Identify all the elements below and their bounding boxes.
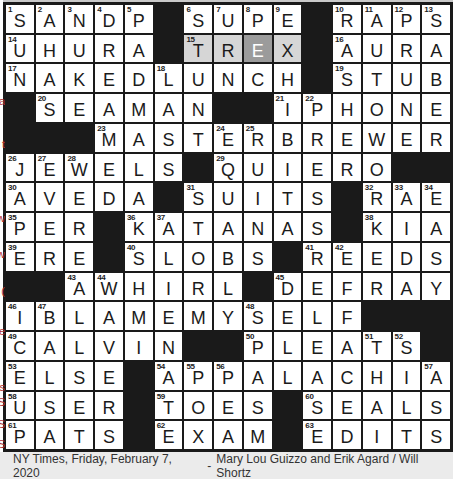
cell-r3c6[interactable]: 18L — [155, 64, 183, 92]
cell-r8c5[interactable]: 36K — [125, 213, 153, 241]
cell-letter: E — [333, 250, 361, 269]
cell-r10c3[interactable]: 43A — [65, 273, 93, 301]
cell-letter: I — [274, 161, 302, 180]
cell-letter: R — [393, 42, 421, 61]
cell-r3c14[interactable]: U — [393, 64, 421, 92]
cell-letter: H — [274, 71, 302, 90]
cell-r5c10[interactable]: B — [274, 124, 302, 152]
cell-r10c5[interactable]: H — [125, 273, 153, 301]
cell-letter: H — [125, 280, 153, 299]
cell-r15c11[interactable]: 63E — [303, 421, 331, 449]
cell-letter: T — [184, 131, 212, 150]
cell-r7c3[interactable]: E — [65, 183, 93, 211]
footer-separator: - — [207, 459, 211, 473]
cell-r11c1[interactable]: 46I — [6, 302, 34, 330]
cell-r3c12[interactable]: 19S — [333, 64, 361, 92]
cell-r12c9[interactable]: 50P — [244, 332, 272, 360]
cell-r1c14[interactable]: 12P — [393, 5, 421, 33]
cell-letter: E — [95, 369, 123, 388]
cell-letter: P — [6, 428, 34, 447]
cell-letter: O — [363, 161, 391, 180]
cell-r3c13[interactable]: T — [363, 64, 391, 92]
cell-letter: I — [244, 190, 272, 209]
cell-letter: T — [184, 42, 212, 61]
cell-r10c11[interactable]: E — [303, 273, 331, 301]
cell-r2c3[interactable]: U — [65, 35, 93, 63]
cell-r6c11[interactable]: E — [303, 154, 331, 182]
cell-letter: A — [95, 309, 123, 328]
cell-r5c6[interactable]: S — [155, 124, 183, 152]
cell-r9c12[interactable]: 42E — [333, 243, 361, 271]
cell-letter: Y — [422, 280, 450, 299]
cell-letter: S — [184, 190, 212, 209]
cell-r8c7[interactable]: T — [184, 213, 212, 241]
cell-letter: K — [363, 220, 391, 239]
cell-letter: R — [363, 190, 391, 209]
cell-r12c15-black — [422, 332, 450, 360]
cell-r15c4[interactable]: S — [95, 421, 123, 449]
cell-r8c4-black — [95, 213, 123, 241]
cell-r6c3[interactable]: 28W — [65, 154, 93, 182]
cell-letter: S — [125, 250, 153, 269]
cell-letter: U — [244, 161, 272, 180]
cell-r11c3[interactable]: L — [65, 302, 93, 330]
cell-r11c11[interactable]: L — [303, 302, 331, 330]
cell-r9c10-black — [274, 243, 302, 271]
cell-r7c12-black — [333, 183, 361, 211]
cell-letter: F — [333, 280, 361, 299]
cell-r10c10[interactable]: 45D — [274, 273, 302, 301]
cell-r12c10[interactable]: L — [274, 332, 302, 360]
cell-r8c12-black — [333, 213, 361, 241]
cell-r9c1[interactable]: 39E — [6, 243, 34, 271]
cell-letter: A — [125, 131, 153, 150]
cell-letter: E — [333, 399, 361, 418]
cell-r4c6[interactable]: A — [155, 94, 183, 122]
cell-r11c6[interactable]: E — [155, 302, 183, 330]
cell-letter: U — [184, 71, 212, 90]
cell-r8c14[interactable]: I — [393, 213, 421, 241]
cell-r1c3[interactable]: 3N — [65, 5, 93, 33]
cell-letter: S — [95, 428, 123, 447]
cell-r11c15-black — [422, 302, 450, 330]
cell-r7c15[interactable]: 34E — [422, 183, 450, 211]
cell-r3c2[interactable]: A — [36, 64, 64, 92]
cell-r8c15[interactable]: A — [422, 213, 450, 241]
cell-r8c6[interactable]: 37A — [155, 213, 183, 241]
cell-r9c5[interactable]: 40S — [125, 243, 153, 271]
cell-r9c4-black — [95, 243, 123, 271]
cell-r3c7[interactable]: U — [184, 64, 212, 92]
cell-r5c15[interactable]: R — [422, 124, 450, 152]
cell-r13c5-black — [125, 362, 153, 390]
cell-r6c12[interactable]: R — [333, 154, 361, 182]
cell-r10c8[interactable]: L — [214, 273, 242, 301]
cell-letter: L — [274, 369, 302, 388]
cell-r9c6[interactable]: L — [155, 243, 183, 271]
cell-r4c10[interactable]: 21I — [274, 94, 302, 122]
cell-r1c10[interactable]: 9E — [274, 5, 302, 33]
cell-r4c11[interactable]: 22P — [303, 94, 331, 122]
cell-r11c10[interactable]: E — [274, 302, 302, 330]
cell-r12c1[interactable]: 49C — [6, 332, 34, 360]
cell-letter: P — [244, 339, 272, 358]
cell-r9c13[interactable]: E — [363, 243, 391, 271]
cell-r15c9[interactable]: M — [244, 421, 272, 449]
cell-letter: O — [184, 399, 212, 418]
cell-r3c1[interactable]: 17N — [6, 64, 34, 92]
cell-r7c8[interactable]: U — [214, 183, 242, 211]
cell-r11c9[interactable]: 48S — [244, 302, 272, 330]
cell-r14c13[interactable]: A — [363, 392, 391, 420]
cell-r6c10[interactable]: I — [274, 154, 302, 182]
cell-r14c14[interactable]: L — [393, 392, 421, 420]
cell-r3c15[interactable]: B — [422, 64, 450, 92]
cell-r6c1[interactable]: 26J — [6, 154, 34, 182]
cell-r5c12[interactable]: E — [333, 124, 361, 152]
cell-r9c8[interactable]: B — [214, 243, 242, 271]
cell-letter: S — [422, 428, 450, 447]
cell-r7c4[interactable]: D — [95, 183, 123, 211]
cell-r10c15[interactable]: Y — [422, 273, 450, 301]
cell-letter: X — [184, 428, 212, 447]
cell-letter: E — [65, 101, 93, 120]
cell-r9c11[interactable]: 41R — [303, 243, 331, 271]
cell-r6c9[interactable]: U — [244, 154, 272, 182]
cell-r12c4[interactable]: V — [95, 332, 123, 360]
cell-letter: N — [184, 101, 212, 120]
cell-r2c1[interactable]: 14U — [6, 35, 34, 63]
crossword-grid: 1S2A3N4D5P6S7U8P9E10R11A12P13S14UHURA15T… — [3, 2, 453, 452]
cell-r14c15[interactable]: S — [422, 392, 450, 420]
cell-r10c1-black — [6, 273, 34, 301]
cell-r8c3[interactable]: R — [65, 213, 93, 241]
cell-letter: A — [393, 190, 421, 209]
cell-r5c14[interactable]: E — [393, 124, 421, 152]
cell-letter: D — [125, 71, 153, 90]
cell-r10c9-black — [244, 273, 272, 301]
cell-r12c14[interactable]: 52S — [393, 332, 421, 360]
cell-r2c9[interactable]: E — [244, 35, 272, 63]
cell-r4c15[interactable]: E — [422, 94, 450, 122]
cell-letter: A — [36, 71, 64, 90]
cell-r3c3[interactable]: K — [65, 64, 93, 92]
cell-letter: T — [274, 190, 302, 209]
cell-r7c9[interactable]: I — [244, 183, 272, 211]
cell-letter: A — [333, 42, 361, 61]
cell-r4c14[interactable]: N — [393, 94, 421, 122]
cell-r15c14[interactable]: T — [393, 421, 421, 449]
cell-r13c6[interactable]: 54A — [155, 362, 183, 390]
cell-letter: R — [214, 42, 242, 61]
cell-r1c12[interactable]: 10R — [333, 5, 361, 33]
cell-r13c3[interactable]: S — [65, 362, 93, 390]
cell-r2c14[interactable]: R — [393, 35, 421, 63]
cell-letter: W — [65, 161, 93, 180]
cell-letter: B — [36, 309, 64, 328]
cell-r7c7[interactable]: 31S — [184, 183, 212, 211]
cell-letter: C — [244, 71, 272, 90]
cell-r10c14[interactable]: A — [393, 273, 421, 301]
cell-r12c3[interactable]: L — [65, 332, 93, 360]
cell-r10c7[interactable]: R — [184, 273, 212, 301]
cell-letter: E — [274, 309, 302, 328]
cell-r2c13[interactable]: U — [363, 35, 391, 63]
cell-r5c1-black — [6, 124, 34, 152]
cell-letter: T — [363, 339, 391, 358]
cell-r2c5[interactable]: A — [125, 35, 153, 63]
cell-r13c8[interactable]: 56P — [214, 362, 242, 390]
cell-r11c7[interactable]: M — [184, 302, 212, 330]
cell-r7c11[interactable]: S — [303, 183, 331, 211]
cell-r10c6[interactable]: I — [155, 273, 183, 301]
cell-r11c8[interactable]: Y — [214, 302, 242, 330]
cell-letter: E — [65, 190, 93, 209]
cell-letter: A — [6, 190, 34, 209]
cell-r4c5[interactable]: M — [125, 94, 153, 122]
cell-r7c10[interactable]: T — [274, 183, 302, 211]
cell-r7c1[interactable]: 30A — [6, 183, 34, 211]
cell-r10c2-black — [36, 273, 64, 301]
cell-r1c13[interactable]: 11A — [363, 5, 391, 33]
cell-r15c7[interactable]: X — [184, 421, 212, 449]
cell-r6c8[interactable]: 29Q — [214, 154, 242, 182]
cell-r3c10[interactable]: H — [274, 64, 302, 92]
cell-r8c13[interactable]: 38K — [363, 213, 391, 241]
cell-r13c10[interactable]: L — [274, 362, 302, 390]
cell-r2c10[interactable]: X — [274, 35, 302, 63]
cell-r12c6[interactable]: N — [155, 332, 183, 360]
cell-r14c9[interactable]: S — [244, 392, 272, 420]
cell-r13c13[interactable]: H — [363, 362, 391, 390]
cell-letter: A — [155, 369, 183, 388]
cell-letter: S — [303, 220, 331, 239]
cell-r15c15[interactable]: S — [422, 421, 450, 449]
cell-r15c1[interactable]: 61P — [6, 421, 34, 449]
cell-r1c5[interactable]: 5P — [125, 5, 153, 33]
cell-r11c2[interactable]: 47B — [36, 302, 64, 330]
cell-r10c4[interactable]: 44W — [95, 273, 123, 301]
cell-r1c15[interactable]: 13S — [422, 5, 450, 33]
cell-r7c2[interactable]: V — [36, 183, 64, 211]
cell-r5c7[interactable]: T — [184, 124, 212, 152]
cell-r6c13[interactable]: O — [363, 154, 391, 182]
cell-r15c3[interactable]: T — [65, 421, 93, 449]
cell-r2c6-black — [155, 35, 183, 63]
cell-letter: V — [95, 339, 123, 358]
cell-r14c10-black — [274, 392, 302, 420]
cell-r3c4[interactable]: E — [95, 64, 123, 92]
cell-r9c14[interactable]: D — [393, 243, 421, 271]
cell-r12c5[interactable]: I — [125, 332, 153, 360]
cell-r2c12[interactable]: 16A — [333, 35, 361, 63]
cell-letter: R — [363, 280, 391, 299]
cell-r6c6[interactable]: S — [155, 154, 183, 182]
cell-letter: L — [274, 339, 302, 358]
cell-letter: T — [65, 428, 93, 447]
cell-r9c7[interactable]: O — [184, 243, 212, 271]
cell-letter: S — [303, 399, 331, 418]
cell-r12c2[interactable]: A — [36, 332, 64, 360]
cell-r13c1[interactable]: 53E — [6, 362, 34, 390]
cell-r3c9[interactable]: C — [244, 64, 272, 92]
cell-r8c1[interactable]: 35P — [6, 213, 34, 241]
cell-letter: U — [214, 190, 242, 209]
cell-letter: E — [393, 131, 421, 150]
cell-letter: S — [184, 12, 212, 31]
cell-r14c7[interactable]: O — [184, 392, 212, 420]
cell-r6c14-black — [393, 154, 421, 182]
cell-r8c8[interactable]: A — [214, 213, 242, 241]
cell-letter: S — [333, 71, 361, 90]
cell-r1c6-black — [155, 5, 183, 33]
cell-letter: S — [393, 339, 421, 358]
cell-letter: A — [155, 220, 183, 239]
cell-r4c13[interactable]: O — [363, 94, 391, 122]
cell-r4c7[interactable]: N — [184, 94, 212, 122]
cell-r15c12[interactable]: D — [333, 421, 361, 449]
cell-r4c2[interactable]: 20S — [36, 94, 64, 122]
cell-r6c2[interactable]: 27E — [36, 154, 64, 182]
cell-r13c7[interactable]: 55P — [184, 362, 212, 390]
cell-r11c5[interactable]: M — [125, 302, 153, 330]
cell-r5c9[interactable]: 25R — [244, 124, 272, 152]
cell-letter: N — [6, 71, 34, 90]
cell-r5c8[interactable]: 24E — [214, 124, 242, 152]
cell-r6c5[interactable]: L — [125, 154, 153, 182]
cell-r2c15[interactable]: A — [422, 35, 450, 63]
cell-r4c12[interactable]: H — [333, 94, 361, 122]
cell-r10c13[interactable]: R — [363, 273, 391, 301]
cell-letter: B — [422, 71, 450, 90]
cell-letter: P — [244, 12, 272, 31]
cell-r1c9[interactable]: 8P — [244, 5, 272, 33]
cell-letter: E — [303, 339, 331, 358]
cell-r13c15[interactable]: 57A — [422, 362, 450, 390]
cell-r14c4[interactable]: R — [95, 392, 123, 420]
cell-r14c12[interactable]: E — [333, 392, 361, 420]
cell-r13c12[interactable]: C — [333, 362, 361, 390]
cell-letter: S — [36, 399, 64, 418]
cell-r7c13[interactable]: 32R — [363, 183, 391, 211]
cell-r7c5[interactable]: A — [125, 183, 153, 211]
cell-letter: E — [214, 399, 242, 418]
cell-r1c7[interactable]: 6S — [184, 5, 212, 33]
cell-r5c13[interactable]: W — [363, 124, 391, 152]
cell-letter: S — [6, 12, 34, 31]
cell-letter: E — [214, 131, 242, 150]
cell-letter: P — [393, 12, 421, 31]
cell-r14c6[interactable]: 59T — [155, 392, 183, 420]
cell-r8c9[interactable]: N — [244, 213, 272, 241]
cell-r7c14[interactable]: 33A — [393, 183, 421, 211]
cell-r5c11[interactable]: R — [303, 124, 331, 152]
cell-r14c11[interactable]: 60S — [303, 392, 331, 420]
cell-r8c11[interactable]: S — [303, 213, 331, 241]
cell-r14c2[interactable]: S — [36, 392, 64, 420]
cell-r1c2[interactable]: 2A — [36, 5, 64, 33]
cell-letter: L — [303, 309, 331, 328]
cell-r4c3[interactable]: E — [65, 94, 93, 122]
cell-r5c3-black — [65, 124, 93, 152]
cell-r14c1[interactable]: 58U — [6, 392, 34, 420]
cell-r2c7[interactable]: 15T — [184, 35, 212, 63]
cell-letter: J — [6, 161, 34, 180]
cell-letter: A — [65, 280, 93, 299]
cell-letter: E — [303, 280, 331, 299]
cell-r13c2[interactable]: L — [36, 362, 64, 390]
cell-r9c2[interactable]: R — [36, 243, 64, 271]
cell-r13c14[interactable]: I — [393, 362, 421, 390]
cell-r10c12[interactable]: F — [333, 273, 361, 301]
cell-letter: B — [274, 131, 302, 150]
cell-r15c10-black — [274, 421, 302, 449]
cell-letter: U — [393, 71, 421, 90]
cell-r15c8[interactable]: A — [214, 421, 242, 449]
cell-r14c3[interactable]: E — [65, 392, 93, 420]
cell-r2c4[interactable]: R — [95, 35, 123, 63]
cell-r2c2[interactable]: H — [36, 35, 64, 63]
cell-r13c4[interactable]: E — [95, 362, 123, 390]
cell-letter: E — [36, 220, 64, 239]
cell-letter: L — [155, 71, 183, 90]
cell-r5c4[interactable]: 23M — [95, 124, 123, 152]
cell-r1c1[interactable]: 1S — [6, 5, 34, 33]
cell-r11c4[interactable]: A — [95, 302, 123, 330]
cell-r15c6[interactable]: 62E — [155, 421, 183, 449]
cell-letter: A — [363, 12, 391, 31]
cell-letter: A — [333, 339, 361, 358]
cell-letter: C — [6, 339, 34, 358]
cell-r12c11[interactable]: E — [303, 332, 331, 360]
cell-r12c13[interactable]: 51T — [363, 332, 391, 360]
cell-r3c5[interactable]: D — [125, 64, 153, 92]
cell-r2c8[interactable]: R — [214, 35, 242, 63]
cell-r5c2-black — [36, 124, 64, 152]
cell-letter: A — [214, 220, 242, 239]
cell-r13c9[interactable]: A — [244, 362, 272, 390]
cell-r1c8[interactable]: 7U — [214, 5, 242, 33]
cell-letter: D — [393, 250, 421, 269]
cell-letter: A — [422, 220, 450, 239]
cell-r5c5[interactable]: A — [125, 124, 153, 152]
cell-r15c5-black — [125, 421, 153, 449]
cell-r1c11-black — [303, 5, 331, 33]
cell-r4c1-black — [6, 94, 34, 122]
cell-r4c4[interactable]: A — [95, 94, 123, 122]
cell-r13c11[interactable]: A — [303, 362, 331, 390]
cell-letter: S — [155, 161, 183, 180]
cell-r12c12[interactable]: A — [333, 332, 361, 360]
cell-r15c2[interactable]: A — [36, 421, 64, 449]
cell-r11c13-black — [363, 302, 391, 330]
cell-r9c3[interactable]: E — [65, 243, 93, 271]
cell-r15c13[interactable]: I — [363, 421, 391, 449]
cell-r8c2[interactable]: E — [36, 213, 64, 241]
cell-letter: U — [6, 399, 34, 418]
cell-letter: P — [184, 369, 212, 388]
cell-r1c4[interactable]: 4D — [95, 5, 123, 33]
cell-r9c9[interactable]: S — [244, 243, 272, 271]
cell-r8c10[interactable]: A — [274, 213, 302, 241]
cell-r6c4[interactable]: E — [95, 154, 123, 182]
cell-r11c12[interactable]: F — [333, 302, 361, 330]
cell-r9c15[interactable]: S — [422, 243, 450, 271]
cell-r3c8[interactable]: N — [214, 64, 242, 92]
cell-r14c8[interactable]: E — [214, 392, 242, 420]
cell-letter: A — [36, 12, 64, 31]
cell-letter: K — [65, 71, 93, 90]
